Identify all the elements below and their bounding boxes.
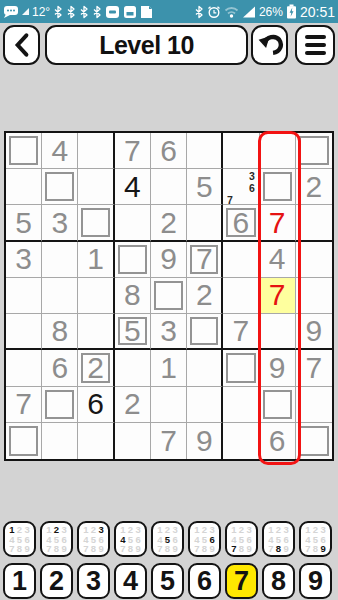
cell-r2c5[interactable] [151,169,187,205]
user-digit: 6 [87,389,104,419]
cell-r6c1[interactable] [6,314,42,350]
given-digit: 6 [51,353,68,383]
note-button-4[interactable]: 123456789 [114,521,147,557]
note-button-9[interactable]: 123456789 [299,521,332,557]
back-button[interactable] [3,25,40,65]
cell-r3c6[interactable] [187,205,223,241]
cell-r9c6[interactable]: 9 [187,423,223,459]
cell-r1c6[interactable] [187,133,223,169]
given-digit: 8 [124,280,141,310]
cell-r4c1[interactable]: 3 [6,242,42,278]
digit-button-2[interactable]: 2 [40,563,73,599]
cell-r8c4[interactable]: 2 [115,387,151,423]
given-digit: 5 [124,316,141,346]
given-digit: 5 [196,172,213,202]
cell-r3c9[interactable] [296,205,332,241]
digit-button-7[interactable]: 7 [225,563,258,599]
battery-charging-icon [286,4,297,19]
cell-r3c1[interactable]: 5 [6,205,42,241]
chat-bubble-icon [3,5,19,18]
given-digit: 1 [160,353,177,383]
cell-r3c3[interactable] [78,205,114,241]
diagonal-marker [154,281,183,310]
cell-r8c8[interactable] [260,387,296,423]
cell-r8c9[interactable] [296,387,332,423]
cell-r6c5[interactable]: 3 [151,314,187,350]
diagonal-marker [263,390,292,419]
cell-r1c9[interactable] [296,133,332,169]
cell-r8c3[interactable]: 6 [78,387,114,423]
cell-r2c1[interactable] [6,169,42,205]
note-mini-grid: 123456789 [156,525,179,553]
given-digit: 5 [15,208,32,238]
cell-r5c9[interactable] [296,278,332,314]
bt-transfer-icon [92,5,102,19]
note-mini-grid: 123456789 [82,525,105,553]
bt-transfer-icon [79,5,89,19]
cell-r8c7[interactable] [223,387,259,423]
cell-r6c7[interactable]: 7 [223,314,259,350]
diagonal-marker [190,317,218,345]
digit-buttons-row: 123456789 [3,563,332,599]
given-digit: 4 [51,136,68,166]
cell-r9c8[interactable]: 6 [260,423,296,459]
level-title: Level 10 [45,25,248,65]
cell-r2c7[interactable]: 367 [223,169,259,205]
phone-screen: 12° [0,0,338,600]
digit-button-9[interactable]: 9 [299,563,332,599]
given-digit: 7 [306,353,323,383]
menu-icon [305,35,326,40]
cell-r5c3[interactable] [78,278,114,314]
bt-transfer-icon [53,5,63,19]
cell-r9c1[interactable] [6,423,42,459]
cell-r1c7[interactable] [223,133,259,169]
cell-r4c6[interactable]: 7 [187,242,223,278]
status-bar-left: 12° [3,5,153,19]
undo-button[interactable] [251,25,288,65]
cell-r9c5[interactable]: 7 [151,423,187,459]
cell-r1c4[interactable]: 7 [115,133,151,169]
cell-r4c5[interactable]: 9 [151,242,187,278]
cell-r3c4[interactable] [115,205,151,241]
cell-r7c3[interactable]: 2 [78,350,114,386]
diagonal-marker [9,426,38,456]
diagonal-marker [81,208,109,236]
temperature-text: 12° [32,5,50,19]
diagonal-marker [45,390,74,419]
cell-r9c4[interactable] [115,423,151,459]
given-digit: 7 [160,426,177,456]
diagonal-marker [299,136,329,165]
note-mini-grid: 123456789 [45,525,68,553]
note-button-7[interactable]: 123456789 [225,521,258,557]
sudoku-board: 47645367253267319748278537962197762796 [4,131,334,461]
given-digit: 6 [160,136,177,166]
user-digit: 4 [124,172,141,202]
given-digit: 3 [160,316,177,346]
given-digit: 6 [269,426,286,456]
bt-transfer-icon [66,5,76,19]
given-digit: 7 [233,316,250,346]
cell-r8c1[interactable]: 7 [6,387,42,423]
battery-percent-text: 26% [259,5,283,19]
cell-r4c3[interactable]: 1 [78,242,114,278]
clipboard-icon [140,5,153,19]
cell-r9c2[interactable] [42,423,78,459]
given-digit: 9 [196,426,213,456]
cell-r8c2[interactable] [42,387,78,423]
given-digit: 4 [269,244,286,274]
diagonal-marker [299,426,329,456]
given-digit: 9 [306,316,323,346]
note-mini-grid: 123456789 [304,525,327,553]
cell-r6c6[interactable] [187,314,223,350]
bluetooth-icon [194,5,204,19]
note-mini-grid: 123456789 [230,525,253,553]
cell-r1c1[interactable] [6,133,42,169]
cell-r1c8[interactable] [260,133,296,169]
cell-r9c3[interactable] [78,423,114,459]
cell-r5c1[interactable] [6,278,42,314]
diagonal-marker [45,172,74,201]
cell-r6c3[interactable] [78,314,114,350]
cell-r3c2[interactable]: 3 [42,205,78,241]
digit-button-8[interactable]: 8 [262,563,295,599]
note-mini-grid: 123456789 [193,525,216,553]
cell-r3c7[interactable]: 6 [223,205,259,241]
status-bar-right: 26% 20:51 [194,4,335,20]
cell-r7c5[interactable]: 1 [151,350,187,386]
cell-r1c5[interactable]: 6 [151,133,187,169]
note-button-8[interactable]: 123456789 [262,521,295,557]
note-buttons-row: 1234567891234567891234567891234567891234… [3,521,332,557]
cell-r4c9[interactable] [296,242,332,278]
menu-button[interactable] [295,25,335,65]
given-digit: 2 [160,208,177,238]
diagonal-marker [226,353,255,382]
diagonal-marker [263,172,292,201]
cell-r4c2[interactable] [42,242,78,278]
cell-r2c4[interactable]: 4 [115,169,151,205]
cell-r7c9[interactable]: 7 [296,350,332,386]
cell-r5c6[interactable]: 2 [187,278,223,314]
note-mini-grid: 123456789 [267,525,290,553]
conflict-digit: 7 [269,208,286,238]
cell-r7c2[interactable]: 6 [42,350,78,386]
diagonal-marker [118,245,147,274]
cell-r8c6[interactable] [187,387,223,423]
cell-r5c7[interactable] [223,278,259,314]
cell-r1c3[interactable] [78,133,114,169]
digit-button-5[interactable]: 5 [151,563,184,599]
cell-r5c8[interactable]: 7 [260,278,296,314]
cell-r6c9[interactable]: 9 [296,314,332,350]
note-button-3[interactable]: 123456789 [77,521,110,557]
cell-r7c7[interactable] [223,350,259,386]
note-button-5[interactable]: 123456789 [151,521,184,557]
cell-r9c9[interactable] [296,423,332,459]
note-mini-grid: 123456789 [8,525,31,553]
cell-r2c3[interactable] [78,169,114,205]
note-button-6[interactable]: 123456789 [188,521,221,557]
cell-r6c4[interactable]: 5 [115,314,151,350]
cell-r9c7[interactable] [223,423,259,459]
given-digit: 3 [15,244,32,274]
clock-text: 20:51 [300,4,335,20]
undo-arrow-icon [256,31,284,59]
given-digit: 7 [124,136,141,166]
cell-r7c6[interactable] [187,350,223,386]
digit-button-1[interactable]: 1 [3,563,36,599]
cell-r6c8[interactable] [260,314,296,350]
cell-r2c2[interactable] [42,169,78,205]
given-digit: 9 [269,353,286,383]
cell-signal-icon [242,6,256,18]
mini-triangle-icon [22,8,29,15]
cell-r3c5[interactable]: 2 [151,205,187,241]
alarm-clock-icon [207,5,221,19]
status-bar: 12° [0,0,338,23]
cell-r6c2[interactable]: 8 [42,314,78,350]
cell-r5c5[interactable] [151,278,187,314]
cell-r7c4[interactable] [115,350,151,386]
cell-r2c6[interactable]: 5 [187,169,223,205]
digit-button-6[interactable]: 6 [188,563,221,599]
digit-button-4[interactable]: 4 [114,563,147,599]
pencil-notes: 367 [224,170,257,203]
given-digit: 2 [306,172,323,202]
cell-r2c9[interactable]: 2 [296,169,332,205]
cell-r8c5[interactable] [151,387,187,423]
cell-r3c8[interactable]: 7 [260,205,296,241]
given-digit: 1 [87,244,104,274]
digit-button-3[interactable]: 3 [77,563,110,599]
cell-r7c1[interactable] [6,350,42,386]
wifi-icon [224,6,239,18]
cell-r4c4[interactable] [115,242,151,278]
back-chevron-icon [11,30,33,60]
given-digit: 8 [51,316,68,346]
given-digit: 2 [196,280,213,310]
cell-r1c2[interactable]: 4 [42,133,78,169]
note-mini-grid: 123456789 [119,525,142,553]
given-digit: 2 [124,389,141,419]
given-digit: 9 [160,244,177,274]
cell-r5c4[interactable]: 8 [115,278,151,314]
conflict-digit: 7 [269,280,286,310]
cell-r4c8[interactable]: 4 [260,242,296,278]
note-button-2[interactable]: 123456789 [40,521,73,557]
diagonal-marker [9,136,38,165]
cell-r7c8[interactable]: 9 [260,350,296,386]
given-digit: 3 [51,208,68,238]
given-digit: 7 [15,389,32,419]
given-digit: 2 [87,353,104,383]
gallery-icon [123,5,137,19]
cell-r4c7[interactable] [223,242,259,278]
given-digit: 6 [233,208,250,238]
given-digit: 7 [196,244,213,274]
cell-r5c2[interactable] [42,278,78,314]
cell-r2c8[interactable] [260,169,296,205]
screenshot-icon [105,5,120,19]
note-button-1[interactable]: 123456789 [3,521,36,557]
